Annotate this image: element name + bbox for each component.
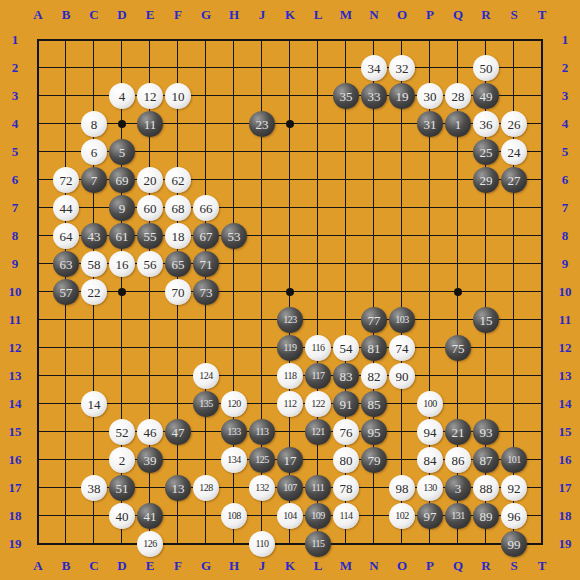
board-point[interactable]: 113: [248, 418, 276, 446]
board-point[interactable]: [304, 82, 332, 110]
board-point[interactable]: [472, 278, 500, 306]
board-point[interactable]: [108, 306, 136, 334]
board-point[interactable]: [500, 334, 528, 362]
board-point[interactable]: [416, 194, 444, 222]
board-point[interactable]: [52, 390, 80, 418]
board-point[interactable]: 121: [304, 418, 332, 446]
board-point[interactable]: [304, 222, 332, 250]
board-point[interactable]: [528, 502, 556, 530]
board-point[interactable]: 92: [500, 474, 528, 502]
board-point[interactable]: [444, 306, 472, 334]
board-point[interactable]: 93: [472, 418, 500, 446]
board-point[interactable]: [248, 502, 276, 530]
board-point[interactable]: 34: [360, 54, 388, 82]
board-point[interactable]: [444, 54, 472, 82]
board-point[interactable]: [52, 306, 80, 334]
board-point[interactable]: [276, 26, 304, 54]
board-point[interactable]: [388, 250, 416, 278]
board-point[interactable]: [416, 250, 444, 278]
board-point[interactable]: 64: [52, 222, 80, 250]
board-point[interactable]: 16: [108, 250, 136, 278]
board-point[interactable]: 119: [276, 334, 304, 362]
board-point[interactable]: [136, 390, 164, 418]
board-point[interactable]: [164, 446, 192, 474]
board-point[interactable]: [472, 222, 500, 250]
board-point[interactable]: 87: [472, 446, 500, 474]
board-point[interactable]: 73: [192, 278, 220, 306]
board-point[interactable]: [164, 138, 192, 166]
board-point[interactable]: [304, 138, 332, 166]
board-point[interactable]: [220, 334, 248, 362]
board-point[interactable]: [24, 446, 52, 474]
board-point[interactable]: [52, 138, 80, 166]
board-point[interactable]: [500, 54, 528, 82]
board-point[interactable]: 90: [388, 362, 416, 390]
board-point[interactable]: [248, 138, 276, 166]
board-point[interactable]: [416, 222, 444, 250]
board-point[interactable]: [304, 278, 332, 306]
board-point[interactable]: [444, 362, 472, 390]
board-point[interactable]: 72: [52, 166, 80, 194]
board-point[interactable]: [416, 26, 444, 54]
board-point[interactable]: 134: [220, 446, 248, 474]
board-point[interactable]: [472, 362, 500, 390]
board-point[interactable]: 10: [164, 82, 192, 110]
board-point[interactable]: 71: [192, 250, 220, 278]
board-point[interactable]: 7: [80, 166, 108, 194]
board-point[interactable]: [276, 110, 304, 138]
board-point[interactable]: 44: [52, 194, 80, 222]
board-point[interactable]: [528, 222, 556, 250]
board-point[interactable]: 26: [500, 110, 528, 138]
board-point[interactable]: [332, 530, 360, 558]
board-point[interactable]: [332, 250, 360, 278]
board-point[interactable]: 21: [444, 418, 472, 446]
board-point[interactable]: [248, 166, 276, 194]
board-point[interactable]: [472, 250, 500, 278]
board-point[interactable]: 83: [332, 362, 360, 390]
board-point[interactable]: [192, 110, 220, 138]
board-point[interactable]: 11: [136, 110, 164, 138]
board-point[interactable]: 110: [248, 530, 276, 558]
board-point[interactable]: [80, 502, 108, 530]
board-point[interactable]: [80, 362, 108, 390]
board-point[interactable]: [108, 334, 136, 362]
board-point[interactable]: [388, 278, 416, 306]
board-point[interactable]: [276, 82, 304, 110]
board-point[interactable]: [24, 26, 52, 54]
board-point[interactable]: [276, 250, 304, 278]
board-point[interactable]: [136, 474, 164, 502]
board-point[interactable]: [248, 390, 276, 418]
board-point[interactable]: 96: [500, 502, 528, 530]
board-point[interactable]: 52: [108, 418, 136, 446]
board-point[interactable]: 63: [52, 250, 80, 278]
board-point[interactable]: [500, 390, 528, 418]
board-point[interactable]: [444, 26, 472, 54]
board-point[interactable]: [500, 82, 528, 110]
board-point[interactable]: 133: [220, 418, 248, 446]
board-point[interactable]: [276, 166, 304, 194]
board-point[interactable]: [164, 390, 192, 418]
board-point[interactable]: 19: [388, 82, 416, 110]
board-point[interactable]: [108, 110, 136, 138]
board-point[interactable]: 122: [304, 390, 332, 418]
board-point[interactable]: 118: [276, 362, 304, 390]
board-point[interactable]: 94: [416, 418, 444, 446]
board-point[interactable]: [360, 166, 388, 194]
board-point[interactable]: [108, 362, 136, 390]
board-point[interactable]: [24, 390, 52, 418]
board-point[interactable]: 135: [192, 390, 220, 418]
board-point[interactable]: [80, 530, 108, 558]
board-point[interactable]: [360, 110, 388, 138]
board-point[interactable]: [528, 54, 556, 82]
board-point[interactable]: 124: [192, 362, 220, 390]
board-point[interactable]: 116: [304, 334, 332, 362]
board-point[interactable]: 69: [108, 166, 136, 194]
board-point[interactable]: [192, 502, 220, 530]
board-point[interactable]: [332, 278, 360, 306]
board-point[interactable]: [528, 82, 556, 110]
board-point[interactable]: 3: [444, 474, 472, 502]
board-point[interactable]: [388, 446, 416, 474]
board-point[interactable]: [24, 194, 52, 222]
board-point[interactable]: [164, 334, 192, 362]
board-point[interactable]: [192, 418, 220, 446]
board-point[interactable]: [304, 26, 332, 54]
board-point[interactable]: [444, 250, 472, 278]
board-point[interactable]: [24, 54, 52, 82]
board-point[interactable]: [472, 194, 500, 222]
board-point[interactable]: [360, 502, 388, 530]
board-point[interactable]: [416, 362, 444, 390]
board-point[interactable]: [360, 530, 388, 558]
board-point[interactable]: [528, 194, 556, 222]
board-point[interactable]: [500, 418, 528, 446]
board-point[interactable]: [24, 362, 52, 390]
board-point[interactable]: [24, 250, 52, 278]
board-point[interactable]: [52, 26, 80, 54]
board-point[interactable]: [80, 82, 108, 110]
board-point[interactable]: 24: [500, 138, 528, 166]
board-point[interactable]: [52, 474, 80, 502]
board-point[interactable]: 32: [388, 54, 416, 82]
board-point[interactable]: 54: [332, 334, 360, 362]
board-point[interactable]: 47: [164, 418, 192, 446]
board-point[interactable]: [80, 54, 108, 82]
board-point[interactable]: 61: [108, 222, 136, 250]
board-point[interactable]: [108, 54, 136, 82]
board-point[interactable]: [528, 26, 556, 54]
board-point[interactable]: 6: [80, 138, 108, 166]
board-point[interactable]: [220, 306, 248, 334]
board-point[interactable]: [220, 110, 248, 138]
board-point[interactable]: [80, 418, 108, 446]
board-point[interactable]: [528, 278, 556, 306]
board-point[interactable]: [248, 306, 276, 334]
board-point[interactable]: [24, 334, 52, 362]
board-point[interactable]: [192, 166, 220, 194]
board-point[interactable]: 12: [136, 82, 164, 110]
board-point[interactable]: 28: [444, 82, 472, 110]
board-point[interactable]: [332, 166, 360, 194]
board-point[interactable]: 131: [444, 502, 472, 530]
board-point[interactable]: [192, 82, 220, 110]
board-point[interactable]: [220, 26, 248, 54]
board-point[interactable]: [416, 530, 444, 558]
board-point[interactable]: 20: [136, 166, 164, 194]
board-point[interactable]: 102: [388, 502, 416, 530]
board-point[interactable]: 2: [108, 446, 136, 474]
board-point[interactable]: [304, 54, 332, 82]
board-point[interactable]: 120: [220, 390, 248, 418]
board-point[interactable]: 89: [472, 502, 500, 530]
board-point[interactable]: [24, 82, 52, 110]
board-point[interactable]: [276, 54, 304, 82]
board-point[interactable]: 100: [416, 390, 444, 418]
board-point[interactable]: [276, 222, 304, 250]
board-point[interactable]: 43: [80, 222, 108, 250]
board-point[interactable]: [472, 390, 500, 418]
board-point[interactable]: [388, 166, 416, 194]
board-point[interactable]: [52, 530, 80, 558]
board-point[interactable]: [388, 530, 416, 558]
board-point[interactable]: [444, 390, 472, 418]
board-point[interactable]: [52, 502, 80, 530]
board-point[interactable]: 78: [332, 474, 360, 502]
board-point[interactable]: [220, 138, 248, 166]
board-point[interactable]: [136, 278, 164, 306]
board-point[interactable]: [304, 306, 332, 334]
board-point[interactable]: [80, 26, 108, 54]
board-point[interactable]: 101: [500, 446, 528, 474]
board-point[interactable]: [500, 278, 528, 306]
board-point[interactable]: [24, 110, 52, 138]
board-point[interactable]: 22: [80, 278, 108, 306]
board-point[interactable]: 115: [304, 530, 332, 558]
board-point[interactable]: [136, 306, 164, 334]
board-point[interactable]: [52, 54, 80, 82]
board-point[interactable]: [528, 138, 556, 166]
board-point[interactable]: [500, 194, 528, 222]
board-point[interactable]: [500, 250, 528, 278]
board-point[interactable]: [528, 166, 556, 194]
board-point[interactable]: [304, 446, 332, 474]
board-point[interactable]: [388, 418, 416, 446]
board-point[interactable]: 128: [192, 474, 220, 502]
board-point[interactable]: 35: [332, 82, 360, 110]
board-point[interactable]: [528, 474, 556, 502]
board-point[interactable]: 86: [444, 446, 472, 474]
board-point[interactable]: 67: [192, 222, 220, 250]
board-point[interactable]: 74: [388, 334, 416, 362]
board-point[interactable]: [108, 390, 136, 418]
board-point[interactable]: [360, 474, 388, 502]
board-point[interactable]: [24, 166, 52, 194]
board-point[interactable]: [332, 194, 360, 222]
board-point[interactable]: 130: [416, 474, 444, 502]
board-point[interactable]: 8: [80, 110, 108, 138]
board-point[interactable]: [220, 194, 248, 222]
board-point[interactable]: 114: [332, 502, 360, 530]
board-point[interactable]: [388, 390, 416, 418]
board-point[interactable]: [164, 502, 192, 530]
board-point[interactable]: [24, 502, 52, 530]
board-point[interactable]: [276, 194, 304, 222]
board-point[interactable]: 88: [472, 474, 500, 502]
board-point[interactable]: 25: [472, 138, 500, 166]
board-point[interactable]: 1: [444, 110, 472, 138]
board-point[interactable]: [388, 194, 416, 222]
board-point[interactable]: [388, 26, 416, 54]
board-point[interactable]: 103: [388, 306, 416, 334]
board-point[interactable]: [248, 334, 276, 362]
board-point[interactable]: [444, 278, 472, 306]
board-point[interactable]: [80, 334, 108, 362]
board-point[interactable]: 80: [332, 446, 360, 474]
board-point[interactable]: 95: [360, 418, 388, 446]
board-point[interactable]: 123: [276, 306, 304, 334]
board-point[interactable]: [164, 306, 192, 334]
board-point[interactable]: [192, 446, 220, 474]
board-point[interactable]: [192, 334, 220, 362]
board-point[interactable]: 41: [136, 502, 164, 530]
board-point[interactable]: 70: [164, 278, 192, 306]
board-point[interactable]: 82: [360, 362, 388, 390]
board-point[interactable]: 40: [108, 502, 136, 530]
board-point[interactable]: 109: [304, 502, 332, 530]
board-point[interactable]: [472, 26, 500, 54]
board-point[interactable]: [444, 166, 472, 194]
board-point[interactable]: [304, 166, 332, 194]
board-point[interactable]: [360, 26, 388, 54]
board-point[interactable]: [24, 138, 52, 166]
board-point[interactable]: 126: [136, 530, 164, 558]
board-point[interactable]: 132: [248, 474, 276, 502]
board-point[interactable]: 108: [220, 502, 248, 530]
board-point[interactable]: 17: [276, 446, 304, 474]
board-point[interactable]: 57: [52, 278, 80, 306]
board-point[interactable]: [220, 82, 248, 110]
board-point[interactable]: [192, 530, 220, 558]
board-point[interactable]: [416, 54, 444, 82]
board-point[interactable]: [164, 54, 192, 82]
board-point[interactable]: [360, 278, 388, 306]
board-point[interactable]: [164, 530, 192, 558]
board-point[interactable]: [136, 54, 164, 82]
board-point[interactable]: [388, 138, 416, 166]
board-point[interactable]: 53: [220, 222, 248, 250]
board-point[interactable]: [80, 446, 108, 474]
board-point[interactable]: 38: [80, 474, 108, 502]
board-point[interactable]: 46: [136, 418, 164, 446]
board-point[interactable]: 84: [416, 446, 444, 474]
board-point[interactable]: 60: [136, 194, 164, 222]
board-point[interactable]: [388, 222, 416, 250]
board-point[interactable]: [52, 446, 80, 474]
board-point[interactable]: [528, 110, 556, 138]
board-point[interactable]: 75: [444, 334, 472, 362]
board-point[interactable]: [528, 250, 556, 278]
board-point[interactable]: [416, 334, 444, 362]
board-point[interactable]: 98: [388, 474, 416, 502]
board-point[interactable]: 117: [304, 362, 332, 390]
board-point[interactable]: [444, 138, 472, 166]
board-point[interactable]: [164, 110, 192, 138]
board-point[interactable]: [24, 474, 52, 502]
board-point[interactable]: [472, 530, 500, 558]
board-point[interactable]: [248, 222, 276, 250]
board-point[interactable]: [248, 26, 276, 54]
board-point[interactable]: 51: [108, 474, 136, 502]
board-point[interactable]: [220, 166, 248, 194]
board-point[interactable]: [24, 418, 52, 446]
board-point[interactable]: 5: [108, 138, 136, 166]
board-point[interactable]: 29: [472, 166, 500, 194]
board-point[interactable]: 39: [136, 446, 164, 474]
board-point[interactable]: 55: [136, 222, 164, 250]
board-point[interactable]: 81: [360, 334, 388, 362]
board-point[interactable]: [304, 194, 332, 222]
board-point[interactable]: 9: [108, 194, 136, 222]
board-point[interactable]: [500, 306, 528, 334]
board-point[interactable]: [360, 222, 388, 250]
board-point[interactable]: [276, 418, 304, 446]
board-point[interactable]: [220, 474, 248, 502]
board-point[interactable]: 58: [80, 250, 108, 278]
board-point[interactable]: [220, 54, 248, 82]
board-point[interactable]: 13: [164, 474, 192, 502]
board-point[interactable]: 79: [360, 446, 388, 474]
board-point[interactable]: 125: [248, 446, 276, 474]
board-point[interactable]: [304, 250, 332, 278]
board-point[interactable]: [528, 334, 556, 362]
board-point[interactable]: [192, 138, 220, 166]
board-point[interactable]: 23: [248, 110, 276, 138]
board-point[interactable]: [108, 26, 136, 54]
board-point[interactable]: 27: [500, 166, 528, 194]
board-point[interactable]: 97: [416, 502, 444, 530]
board-point[interactable]: 91: [332, 390, 360, 418]
board-point[interactable]: [500, 222, 528, 250]
board-point[interactable]: [52, 362, 80, 390]
board-point[interactable]: [528, 362, 556, 390]
board-point[interactable]: 49: [472, 82, 500, 110]
board-point[interactable]: [248, 278, 276, 306]
board-point[interactable]: [248, 362, 276, 390]
board-point[interactable]: [444, 530, 472, 558]
board-point[interactable]: [500, 362, 528, 390]
board-point[interactable]: 107: [276, 474, 304, 502]
board-point[interactable]: [24, 530, 52, 558]
board-point[interactable]: [416, 166, 444, 194]
board-point[interactable]: 36: [472, 110, 500, 138]
board-point[interactable]: 112: [276, 390, 304, 418]
board-point[interactable]: [192, 26, 220, 54]
board-point[interactable]: [360, 138, 388, 166]
board-point[interactable]: 66: [192, 194, 220, 222]
board-point[interactable]: [248, 54, 276, 82]
board-point[interactable]: [52, 82, 80, 110]
board-point[interactable]: 15: [472, 306, 500, 334]
board-point[interactable]: 18: [164, 222, 192, 250]
board-point[interactable]: [220, 530, 248, 558]
board-point[interactable]: [360, 194, 388, 222]
board-point[interactable]: [164, 26, 192, 54]
board-point[interactable]: [248, 82, 276, 110]
board-point[interactable]: [528, 418, 556, 446]
